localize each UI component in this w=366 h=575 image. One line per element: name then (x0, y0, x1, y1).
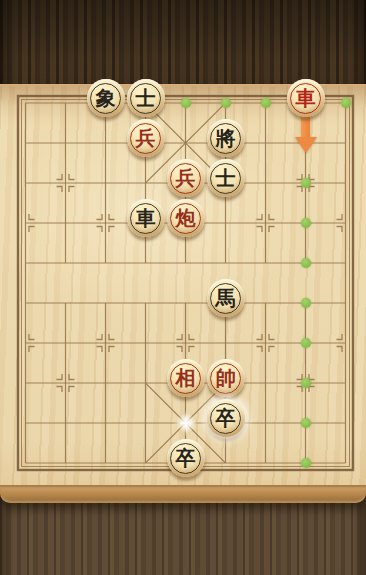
xiangqi-game-screen: 象士車兵將兵士車炮馬相帥卒卒 (0, 0, 366, 575)
piece-black-soldier[interactable]: 卒 (207, 399, 245, 437)
piece-red-chariot[interactable]: 車 (287, 79, 325, 117)
pieces-layer: 象士車兵將兵士車炮馬相帥卒卒 (6, 83, 366, 483)
piece-black-advisor[interactable]: 士 (207, 159, 245, 197)
piece-red-general[interactable]: 帥 (207, 359, 245, 397)
piece-red-elephant[interactable]: 相 (167, 359, 205, 397)
piece-black-chariot[interactable]: 車 (127, 199, 165, 237)
piece-black-advisor[interactable]: 士 (127, 79, 165, 117)
piece-red-soldier[interactable]: 兵 (167, 159, 205, 197)
piece-black-general[interactable]: 將 (207, 119, 245, 157)
piece-red-cannon[interactable]: 炮 (167, 199, 205, 237)
piece-black-soldier[interactable]: 卒 (167, 439, 205, 477)
piece-red-soldier[interactable]: 兵 (127, 119, 165, 157)
piece-black-elephant[interactable]: 象 (87, 79, 125, 117)
piece-black-horse[interactable]: 馬 (207, 279, 245, 317)
